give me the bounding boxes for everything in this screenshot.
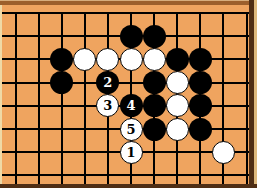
white-stone bbox=[166, 71, 189, 94]
go-board[interactable]: 23451 bbox=[0, 0, 257, 188]
white-stone bbox=[166, 94, 189, 117]
board-frame-bottom bbox=[0, 184, 257, 188]
board-frame-left-strip bbox=[0, 5, 2, 184]
white-stone: 5 bbox=[120, 118, 143, 141]
grid-line-vertical bbox=[61, 13, 63, 185]
white-stone: 1 bbox=[120, 141, 143, 164]
board-frame-right bbox=[249, 0, 254, 188]
black-stone bbox=[143, 94, 166, 117]
black-stone bbox=[189, 48, 212, 71]
white-stone: 3 bbox=[96, 94, 119, 117]
black-stone bbox=[166, 48, 189, 71]
black-stone bbox=[143, 118, 166, 141]
white-stone bbox=[166, 118, 189, 141]
go-diagram: 23451 bbox=[0, 0, 257, 188]
black-stone bbox=[189, 118, 212, 141]
white-stone bbox=[73, 48, 96, 71]
black-stone: 4 bbox=[120, 94, 143, 117]
black-stone bbox=[189, 94, 212, 117]
black-stone bbox=[50, 71, 73, 94]
black-stone bbox=[143, 71, 166, 94]
black-stone bbox=[189, 71, 212, 94]
board-frame-top bbox=[0, 1, 257, 5]
move-number-label: 1 bbox=[126, 146, 135, 159]
black-stone: 2 bbox=[96, 71, 119, 94]
grid-line-vertical bbox=[246, 13, 248, 185]
white-stone bbox=[120, 48, 143, 71]
grid-line-horizontal bbox=[2, 12, 251, 14]
white-stone bbox=[143, 48, 166, 71]
white-stone bbox=[96, 48, 119, 71]
grid-line-horizontal bbox=[2, 174, 251, 176]
black-stone bbox=[120, 25, 143, 48]
move-number-label: 2 bbox=[103, 76, 112, 89]
move-number-label: 5 bbox=[126, 123, 135, 136]
board-frame-right-outer bbox=[254, 0, 257, 188]
white-stone bbox=[212, 141, 235, 164]
move-number-label: 3 bbox=[103, 99, 112, 112]
grid-line-vertical bbox=[38, 13, 40, 185]
grid-line-vertical bbox=[15, 13, 17, 185]
grid-line-horizontal bbox=[2, 82, 251, 84]
grid-line-vertical bbox=[84, 13, 86, 185]
black-stone bbox=[50, 48, 73, 71]
move-number-label: 4 bbox=[126, 99, 135, 112]
black-stone bbox=[143, 25, 166, 48]
